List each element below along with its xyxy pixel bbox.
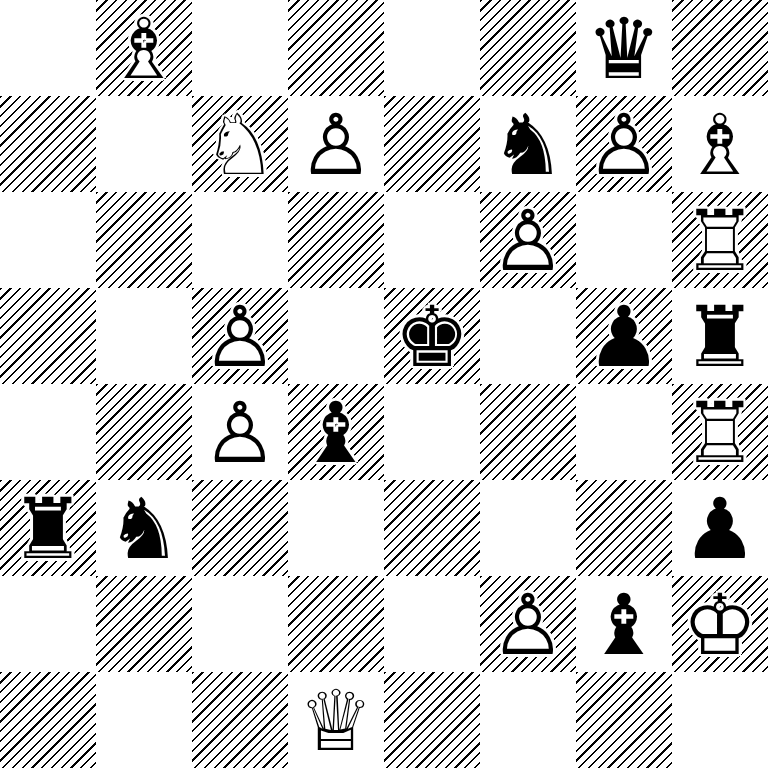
- square-h8[interactable]: [672, 0, 768, 96]
- square-e1[interactable]: [384, 672, 480, 768]
- square-d6[interactable]: [288, 192, 384, 288]
- square-g4[interactable]: [576, 384, 672, 480]
- square-b5[interactable]: [96, 288, 192, 384]
- square-e4[interactable]: [384, 384, 480, 480]
- piece-black-rook-h5[interactable]: ♜: [672, 288, 768, 384]
- square-f5[interactable]: [480, 288, 576, 384]
- square-g2[interactable]: ♝♝: [576, 576, 672, 672]
- square-e8[interactable]: [384, 0, 480, 96]
- square-g5[interactable]: ♟♟: [576, 288, 672, 384]
- square-g3[interactable]: [576, 480, 672, 576]
- square-f4[interactable]: [480, 384, 576, 480]
- piece-black-queen-g8[interactable]: ♛: [576, 0, 672, 96]
- square-f1[interactable]: [480, 672, 576, 768]
- piece-white-pawn-d7[interactable]: ♙: [288, 96, 384, 192]
- square-e5[interactable]: ♚♚: [384, 288, 480, 384]
- square-h1[interactable]: [672, 672, 768, 768]
- square-h7[interactable]: ♝♗: [672, 96, 768, 192]
- square-b2[interactable]: [96, 576, 192, 672]
- square-g1[interactable]: [576, 672, 672, 768]
- piece-white-pawn-f2[interactable]: ♙: [480, 576, 576, 672]
- square-g8[interactable]: ♛♛: [576, 0, 672, 96]
- piece-white-rook-h6[interactable]: ♖: [672, 192, 768, 288]
- square-a7[interactable]: [0, 96, 96, 192]
- piece-black-pawn-g5[interactable]: ♟: [576, 288, 672, 384]
- square-b1[interactable]: [96, 672, 192, 768]
- square-h5[interactable]: ♜♜: [672, 288, 768, 384]
- square-f3[interactable]: [480, 480, 576, 576]
- piece-black-rook-a3[interactable]: ♜: [0, 480, 96, 576]
- square-d5[interactable]: [288, 288, 384, 384]
- square-c8[interactable]: [192, 0, 288, 96]
- piece-black-pawn-h3[interactable]: ♟: [672, 480, 768, 576]
- square-c6[interactable]: [192, 192, 288, 288]
- piece-black-bishop-d4[interactable]: ♝: [288, 384, 384, 480]
- square-b4[interactable]: [96, 384, 192, 480]
- piece-black-bishop-g2[interactable]: ♝: [576, 576, 672, 672]
- square-b3[interactable]: ♞♞: [96, 480, 192, 576]
- square-h2[interactable]: ♚♔: [672, 576, 768, 672]
- chess-diagram: ♝♗♛♛♞♘♟♙♞♞♟♙♝♗♟♙♜♖♟♙♚♚♟♟♜♜♟♙♝♝♜♖♜♜♞♞♟♟♟♙…: [0, 0, 768, 768]
- square-e3[interactable]: [384, 480, 480, 576]
- piece-white-knight-c7[interactable]: ♘: [192, 96, 288, 192]
- square-c4[interactable]: ♟♙: [192, 384, 288, 480]
- square-f8[interactable]: [480, 0, 576, 96]
- square-a1[interactable]: [0, 672, 96, 768]
- square-a3[interactable]: ♜♜: [0, 480, 96, 576]
- square-d8[interactable]: [288, 0, 384, 96]
- square-c5[interactable]: ♟♙: [192, 288, 288, 384]
- square-e6[interactable]: [384, 192, 480, 288]
- square-f6[interactable]: ♟♙: [480, 192, 576, 288]
- square-c7[interactable]: ♞♘: [192, 96, 288, 192]
- square-d1[interactable]: ♛♕: [288, 672, 384, 768]
- piece-black-knight-f7[interactable]: ♞: [480, 96, 576, 192]
- square-h6[interactable]: ♜♖: [672, 192, 768, 288]
- square-a4[interactable]: [0, 384, 96, 480]
- square-b7[interactable]: [96, 96, 192, 192]
- square-a5[interactable]: [0, 288, 96, 384]
- square-c3[interactable]: [192, 480, 288, 576]
- piece-white-bishop-h7[interactable]: ♗: [672, 96, 768, 192]
- square-c2[interactable]: [192, 576, 288, 672]
- piece-white-rook-h4[interactable]: ♖: [672, 384, 768, 480]
- square-f7[interactable]: ♞♞: [480, 96, 576, 192]
- square-d4[interactable]: ♝♝: [288, 384, 384, 480]
- piece-white-bishop-b8[interactable]: ♗: [96, 0, 192, 96]
- square-d2[interactable]: [288, 576, 384, 672]
- square-d7[interactable]: ♟♙: [288, 96, 384, 192]
- square-a8[interactable]: [0, 0, 96, 96]
- square-f2[interactable]: ♟♙: [480, 576, 576, 672]
- square-e7[interactable]: [384, 96, 480, 192]
- piece-white-pawn-g7[interactable]: ♙: [576, 96, 672, 192]
- piece-white-pawn-c4[interactable]: ♙: [192, 384, 288, 480]
- square-g6[interactable]: [576, 192, 672, 288]
- piece-black-knight-b3[interactable]: ♞: [96, 480, 192, 576]
- square-a2[interactable]: [0, 576, 96, 672]
- square-b8[interactable]: ♝♗: [96, 0, 192, 96]
- piece-white-pawn-c5[interactable]: ♙: [192, 288, 288, 384]
- piece-white-queen-d1[interactable]: ♕: [288, 672, 384, 768]
- piece-black-king-e5[interactable]: ♚: [384, 288, 480, 384]
- square-c1[interactable]: [192, 672, 288, 768]
- chess-board: ♝♗♛♛♞♘♟♙♞♞♟♙♝♗♟♙♜♖♟♙♚♚♟♟♜♜♟♙♝♝♜♖♜♜♞♞♟♟♟♙…: [0, 0, 768, 768]
- piece-white-pawn-f6[interactable]: ♙: [480, 192, 576, 288]
- square-e2[interactable]: [384, 576, 480, 672]
- square-h3[interactable]: ♟♟: [672, 480, 768, 576]
- square-d3[interactable]: [288, 480, 384, 576]
- piece-white-king-h2[interactable]: ♔: [672, 576, 768, 672]
- square-a6[interactable]: [0, 192, 96, 288]
- square-b6[interactable]: [96, 192, 192, 288]
- square-g7[interactable]: ♟♙: [576, 96, 672, 192]
- square-h4[interactable]: ♜♖: [672, 384, 768, 480]
